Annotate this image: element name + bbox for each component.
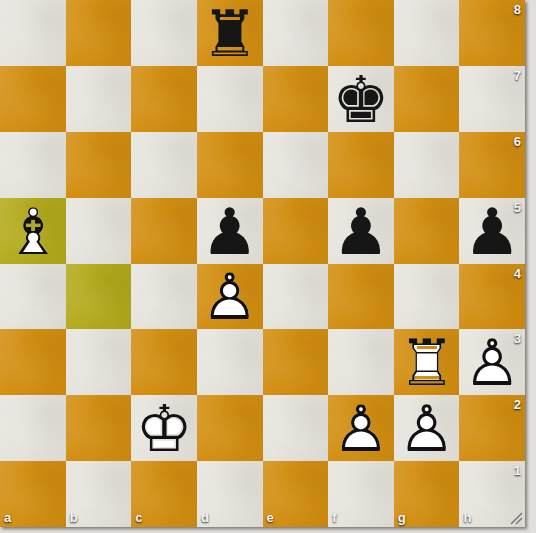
square-b7[interactable] (66, 66, 132, 132)
square-a7[interactable] (0, 66, 66, 132)
square-h4[interactable]: 4 (459, 264, 525, 330)
square-f7[interactable]: ♚ (328, 66, 394, 132)
square-c1[interactable]: c (131, 461, 197, 527)
file-label-h: h (463, 510, 471, 525)
square-d6[interactable] (197, 132, 263, 198)
file-label-a: a (4, 510, 11, 525)
square-f2[interactable]: ♟♙ (328, 395, 394, 461)
square-b8[interactable] (66, 0, 132, 66)
piece-outline-layer: ♔ (131, 396, 197, 462)
piece-outline-layer: ♗ (0, 199, 66, 265)
file-label-b: b (70, 510, 78, 525)
square-b3[interactable] (66, 329, 132, 395)
square-b2[interactable] (66, 395, 132, 461)
square-c7[interactable] (131, 66, 197, 132)
file-label-c: c (135, 510, 142, 525)
square-a2[interactable] (0, 395, 66, 461)
white-pawn[interactable]: ♟♙ (459, 329, 525, 395)
black-pawn[interactable]: ♟ (197, 199, 263, 265)
file-label-f: f (332, 510, 336, 525)
square-d1[interactable]: d (197, 461, 263, 527)
board-resize-handle-icon[interactable] (510, 512, 523, 525)
square-b1[interactable]: b (66, 461, 132, 527)
square-e6[interactable] (263, 132, 329, 198)
rank-label-1: 1 (514, 463, 521, 478)
square-e8[interactable] (263, 0, 329, 66)
square-c8[interactable] (131, 0, 197, 66)
file-label-d: d (201, 510, 209, 525)
black-king[interactable]: ♚ (328, 67, 394, 133)
square-a5[interactable]: ♝♗ (0, 198, 66, 264)
white-pawn[interactable]: ♟♙ (197, 264, 263, 330)
rank-label-8: 8 (514, 2, 521, 17)
piece-outline-layer: ♙ (459, 330, 525, 396)
square-g8[interactable] (394, 0, 460, 66)
rank-label-6: 6 (514, 134, 521, 149)
square-h2[interactable]: 2 (459, 395, 525, 461)
square-f6[interactable] (328, 132, 394, 198)
square-h1[interactable]: h1 (459, 461, 525, 527)
square-g7[interactable] (394, 66, 460, 132)
square-c2[interactable]: ♚♔ (131, 395, 197, 461)
square-c3[interactable] (131, 329, 197, 395)
square-h8[interactable]: 8 (459, 0, 525, 66)
square-e7[interactable] (263, 66, 329, 132)
square-g5[interactable] (394, 198, 460, 264)
square-g6[interactable] (394, 132, 460, 198)
square-f1[interactable]: f (328, 461, 394, 527)
square-a6[interactable] (0, 132, 66, 198)
square-d4[interactable]: ♟♙ (197, 264, 263, 330)
square-g1[interactable]: g (394, 461, 460, 527)
piece-outline-layer: ♙ (394, 396, 460, 462)
square-b6[interactable] (66, 132, 132, 198)
square-h7[interactable]: 7 (459, 66, 525, 132)
square-a4[interactable] (0, 264, 66, 330)
square-e4[interactable] (263, 264, 329, 330)
file-label-e: e (267, 510, 274, 525)
file-label-g: g (398, 510, 406, 525)
square-a3[interactable] (0, 329, 66, 395)
square-g2[interactable]: ♟♙ (394, 395, 460, 461)
black-pawn[interactable]: ♟ (459, 199, 525, 265)
square-f8[interactable] (328, 0, 394, 66)
square-d7[interactable] (197, 66, 263, 132)
piece-outline-layer: ♖ (394, 330, 460, 396)
piece-outline-layer: ♙ (197, 265, 263, 331)
square-e2[interactable] (263, 395, 329, 461)
square-d3[interactable] (197, 329, 263, 395)
white-bishop[interactable]: ♝♗ (0, 198, 66, 264)
square-b4[interactable] (66, 264, 132, 330)
black-pawn[interactable]: ♟ (328, 199, 394, 265)
black-rook[interactable]: ♜ (197, 1, 263, 67)
piece-outline-layer: ♙ (328, 396, 394, 462)
square-f3[interactable] (328, 329, 394, 395)
square-d2[interactable] (197, 395, 263, 461)
square-d8[interactable]: ♜ (197, 0, 263, 66)
square-h5[interactable]: ♟5 (459, 198, 525, 264)
rank-label-7: 7 (514, 68, 521, 83)
chess-board: ♜8♚76♝♗♟♟♟5♟♙4♜♖♟♙3♚♔♟♙♟♙2abcdefgh1 (0, 0, 525, 527)
square-d5[interactable]: ♟ (197, 198, 263, 264)
square-a8[interactable] (0, 0, 66, 66)
square-g3[interactable]: ♜♖ (394, 329, 460, 395)
square-h3[interactable]: ♟♙3 (459, 329, 525, 395)
white-king[interactable]: ♚♔ (131, 395, 197, 461)
white-pawn[interactable]: ♟♙ (328, 395, 394, 461)
square-e3[interactable] (263, 329, 329, 395)
square-a1[interactable]: a (0, 461, 66, 527)
white-rook[interactable]: ♜♖ (394, 329, 460, 395)
square-h6[interactable]: 6 (459, 132, 525, 198)
square-c4[interactable] (131, 264, 197, 330)
square-e5[interactable] (263, 198, 329, 264)
square-f5[interactable]: ♟ (328, 198, 394, 264)
square-c5[interactable] (131, 198, 197, 264)
square-e1[interactable]: e (263, 461, 329, 527)
square-c6[interactable] (131, 132, 197, 198)
square-g4[interactable] (394, 264, 460, 330)
square-b5[interactable] (66, 198, 132, 264)
white-pawn[interactable]: ♟♙ (394, 395, 460, 461)
square-f4[interactable] (328, 264, 394, 330)
